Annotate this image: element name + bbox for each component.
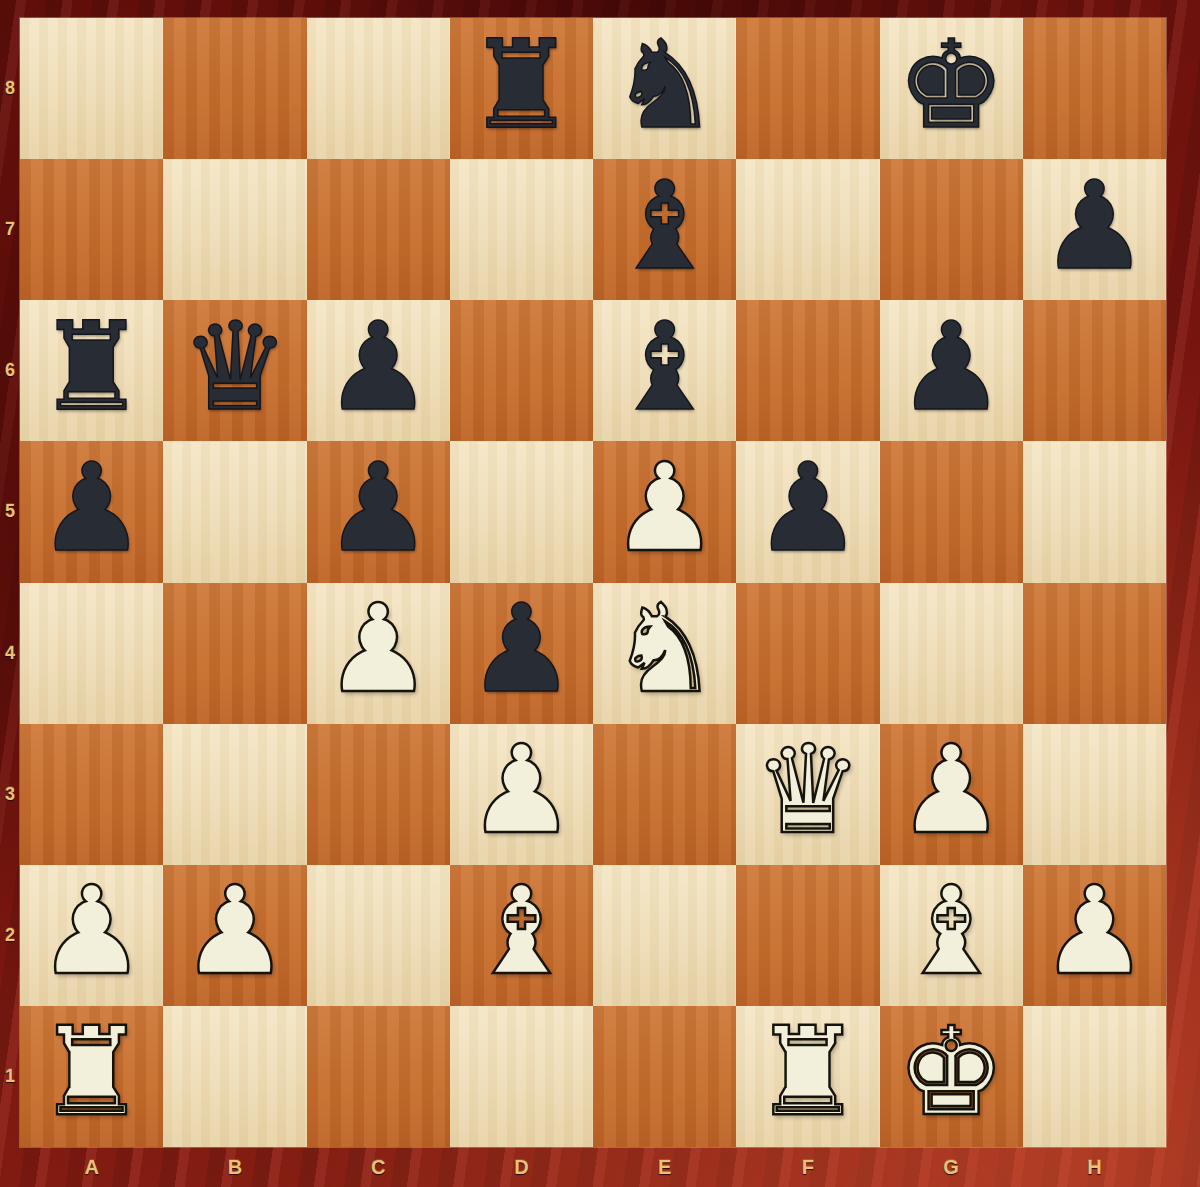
file-label-b: B [163,1147,306,1187]
square-b3[interactable] [163,724,306,865]
square-e3[interactable] [593,724,736,865]
square-f6[interactable] [736,300,879,441]
square-e8[interactable]: ♞ [593,18,736,159]
rank-label-1: 1 [0,1006,20,1147]
square-e4[interactable]: ♞ [593,583,736,724]
square-e7[interactable]: ♝ [593,159,736,300]
rank-label-6: 6 [0,300,20,441]
square-e5[interactable]: ♟ [593,441,736,582]
square-h5[interactable] [1023,441,1166,582]
square-c8[interactable] [307,18,450,159]
square-d1[interactable] [450,1006,593,1147]
piece-white-pawn[interactable]: ♟ [610,447,719,569]
file-label-f: F [736,1147,879,1187]
square-b6[interactable]: ♛ [163,300,306,441]
square-d2[interactable]: ♝ [450,865,593,1006]
square-d4[interactable]: ♟ [450,583,593,724]
piece-black-knight[interactable]: ♞ [610,24,719,146]
square-a5[interactable]: ♟ [20,441,163,582]
square-c6[interactable]: ♟ [307,300,450,441]
square-g2[interactable]: ♝ [880,865,1023,1006]
piece-white-pawn[interactable]: ♟ [467,729,576,851]
piece-white-pawn[interactable]: ♟ [180,870,289,992]
square-f5[interactable]: ♟ [736,441,879,582]
square-a4[interactable] [20,583,163,724]
piece-black-pawn[interactable]: ♟ [1040,165,1149,287]
rank-labels: 87654321 [0,18,20,1147]
square-e1[interactable] [593,1006,736,1147]
rank-label-7: 7 [0,159,20,300]
piece-black-pawn[interactable]: ♟ [37,447,146,569]
square-h7[interactable]: ♟ [1023,159,1166,300]
rank-label-4: 4 [0,583,20,724]
piece-white-pawn[interactable]: ♟ [896,729,1005,851]
square-f8[interactable] [736,18,879,159]
piece-black-bishop[interactable]: ♝ [610,306,719,428]
square-h8[interactable] [1023,18,1166,159]
square-a6[interactable]: ♜ [20,300,163,441]
square-a8[interactable] [20,18,163,159]
square-b5[interactable] [163,441,306,582]
piece-white-pawn[interactable]: ♟ [323,588,432,710]
square-h6[interactable] [1023,300,1166,441]
square-b1[interactable] [163,1006,306,1147]
square-h3[interactable] [1023,724,1166,865]
piece-black-king[interactable]: ♚ [896,24,1005,146]
piece-black-pawn[interactable]: ♟ [753,447,862,569]
square-g4[interactable] [880,583,1023,724]
square-g6[interactable]: ♟ [880,300,1023,441]
square-d5[interactable] [450,441,593,582]
square-f1[interactable]: ♜ [736,1006,879,1147]
square-c3[interactable] [307,724,450,865]
piece-white-queen[interactable]: ♛ [753,729,862,851]
square-a3[interactable] [20,724,163,865]
piece-black-rook[interactable]: ♜ [467,24,576,146]
chess-board: ♜♞♚♝♟♜♛♟♝♟♟♟♟♟♟♟♞♟♛♟♟♟♝♝♟♜♜♚ [20,18,1166,1147]
piece-white-knight[interactable]: ♞ [610,588,719,710]
square-a7[interactable] [20,159,163,300]
piece-black-pawn[interactable]: ♟ [467,588,576,710]
rank-label-8: 8 [0,18,20,159]
piece-white-rook[interactable]: ♜ [753,1011,862,1133]
square-g3[interactable]: ♟ [880,724,1023,865]
piece-black-rook[interactable]: ♜ [37,306,146,428]
square-c7[interactable] [307,159,450,300]
square-c2[interactable] [307,865,450,1006]
square-c4[interactable]: ♟ [307,583,450,724]
square-f7[interactable] [736,159,879,300]
square-e6[interactable]: ♝ [593,300,736,441]
piece-white-pawn[interactable]: ♟ [1040,870,1149,992]
rank-label-2: 2 [0,865,20,1006]
square-f3[interactable]: ♛ [736,724,879,865]
square-b2[interactable]: ♟ [163,865,306,1006]
file-labels: ABCDEFGH [20,1147,1166,1187]
piece-white-king[interactable]: ♚ [896,1011,1005,1133]
square-c5[interactable]: ♟ [307,441,450,582]
piece-white-bishop[interactable]: ♝ [467,870,576,992]
square-g5[interactable] [880,441,1023,582]
square-c1[interactable] [307,1006,450,1147]
square-b8[interactable] [163,18,306,159]
square-h1[interactable] [1023,1006,1166,1147]
square-a1[interactable]: ♜ [20,1006,163,1147]
square-e2[interactable] [593,865,736,1006]
square-b4[interactable] [163,583,306,724]
chess-board-frame: 87654321 ♜♞♚♝♟♜♛♟♝♟♟♟♟♟♟♟♞♟♛♟♟♟♝♝♟♜♜♚ AB… [0,0,1200,1187]
piece-black-bishop[interactable]: ♝ [610,165,719,287]
file-label-d: D [450,1147,593,1187]
square-d8[interactable]: ♜ [450,18,593,159]
square-d6[interactable] [450,300,593,441]
square-f4[interactable] [736,583,879,724]
file-label-e: E [593,1147,736,1187]
piece-black-pawn[interactable]: ♟ [323,306,432,428]
file-label-a: A [20,1147,163,1187]
square-h4[interactable] [1023,583,1166,724]
piece-white-bishop[interactable]: ♝ [896,870,1005,992]
square-g7[interactable] [880,159,1023,300]
square-d3[interactable]: ♟ [450,724,593,865]
square-g1[interactable]: ♚ [880,1006,1023,1147]
rank-label-3: 3 [0,724,20,865]
file-label-g: G [880,1147,1023,1187]
square-d7[interactable] [450,159,593,300]
piece-black-queen[interactable]: ♛ [180,306,289,428]
file-label-c: C [307,1147,450,1187]
file-label-h: H [1023,1147,1166,1187]
square-a2[interactable]: ♟ [20,865,163,1006]
rank-label-5: 5 [0,441,20,582]
square-b7[interactable] [163,159,306,300]
square-g8[interactable]: ♚ [880,18,1023,159]
piece-black-pawn[interactable]: ♟ [323,447,432,569]
piece-white-pawn[interactable]: ♟ [37,870,146,992]
piece-white-rook[interactable]: ♜ [37,1011,146,1133]
square-h2[interactable]: ♟ [1023,865,1166,1006]
piece-black-pawn[interactable]: ♟ [896,306,1005,428]
square-f2[interactable] [736,865,879,1006]
